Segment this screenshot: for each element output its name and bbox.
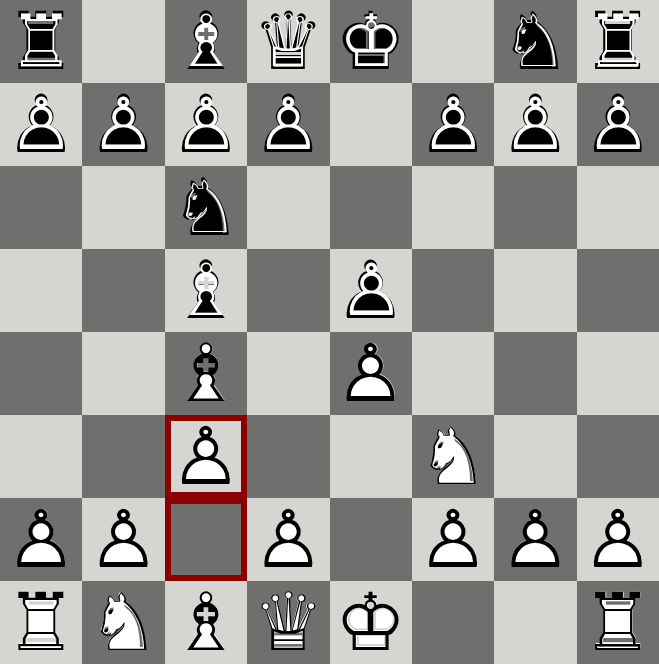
- square-b2[interactable]: ♟♙: [82, 498, 164, 581]
- square-f3[interactable]: ♞♘: [412, 415, 494, 498]
- piece-glyph-outline: ♙: [412, 498, 494, 581]
- square-a7[interactable]: ♟♙: [0, 83, 82, 166]
- piece-glyph-fill: ♟: [1, 499, 82, 580]
- piece-glyph-fill: ♞: [494, 0, 576, 83]
- piece-glyph-fill: ♟: [494, 83, 576, 166]
- square-a4[interactable]: [0, 332, 82, 415]
- square-d6[interactable]: [247, 166, 329, 249]
- square-a1[interactable]: ♜♖: [0, 581, 82, 664]
- piece-glyph-outline: ♙: [494, 498, 576, 581]
- piece-glyph-outline: ♗: [169, 253, 243, 328]
- piece-black-pawn[interactable]: ♟♙: [330, 249, 412, 332]
- square-h3[interactable]: [577, 415, 659, 498]
- square-e7[interactable]: [330, 83, 412, 166]
- piece-glyph-outline: ♖: [0, 581, 82, 664]
- piece-glyph-fill: ♟: [577, 83, 659, 166]
- piece-black-pawn[interactable]: ♟♙: [494, 83, 576, 166]
- piece-glyph-fill: ♟: [166, 416, 247, 497]
- piece-glyph-outline: ♙: [581, 87, 655, 162]
- square-c3[interactable]: ♟♙: [165, 415, 247, 498]
- square-f1[interactable]: [412, 581, 494, 664]
- piece-glyph-outline: ♙: [169, 87, 243, 162]
- square-c7[interactable]: ♟♙: [165, 83, 247, 166]
- piece-glyph-fill: ♝: [166, 333, 247, 414]
- piece-glyph-outline: ♙: [247, 498, 329, 581]
- square-b5[interactable]: [82, 249, 164, 332]
- piece-glyph-fill: ♜: [577, 0, 659, 83]
- square-d5[interactable]: [247, 249, 329, 332]
- square-h6[interactable]: [577, 166, 659, 249]
- piece-glyph-fill: ♟: [247, 83, 329, 166]
- square-e8[interactable]: ♚♔: [330, 0, 412, 83]
- piece-glyph-outline: ♙: [4, 87, 78, 162]
- square-g2[interactable]: ♟♙: [494, 498, 576, 581]
- square-h1[interactable]: ♜♖: [577, 581, 659, 664]
- piece-glyph-outline: ♙: [416, 87, 490, 162]
- square-f5[interactable]: [412, 249, 494, 332]
- square-d4[interactable]: [247, 332, 329, 415]
- piece-black-pawn[interactable]: ♟♙: [577, 83, 659, 166]
- piece-white-bishop[interactable]: ♝♗: [165, 332, 247, 415]
- piece-white-knight[interactable]: ♞♘: [412, 415, 494, 498]
- piece-glyph-fill: ♞: [413, 416, 494, 497]
- square-a3[interactable]: [0, 415, 82, 498]
- square-b6[interactable]: [82, 166, 164, 249]
- square-g4[interactable]: [494, 332, 576, 415]
- piece-glyph-fill: ♛: [247, 0, 329, 83]
- piece-glyph-outline: ♗: [169, 4, 243, 79]
- piece-glyph-fill: ♝: [165, 0, 247, 83]
- piece-glyph-fill: ♞: [165, 166, 247, 249]
- square-e4[interactable]: ♟♙: [330, 332, 412, 415]
- square-d2[interactable]: ♟♙: [247, 498, 329, 581]
- piece-glyph-outline: ♘: [412, 415, 494, 498]
- square-f8[interactable]: [412, 0, 494, 83]
- piece-glyph-fill: ♟: [577, 499, 658, 580]
- piece-glyph-outline: ♙: [165, 415, 247, 498]
- piece-glyph-outline: ♖: [4, 4, 78, 79]
- square-f4[interactable]: [412, 332, 494, 415]
- piece-glyph-outline: ♙: [498, 87, 572, 162]
- piece-glyph-fill: ♜: [577, 582, 658, 663]
- square-e6[interactable]: [330, 166, 412, 249]
- piece-white-pawn[interactable]: ♟♙: [412, 498, 494, 581]
- piece-glyph-fill: ♟: [248, 499, 329, 580]
- piece-white-bishop[interactable]: ♝♗: [165, 581, 247, 664]
- piece-glyph-outline: ♙: [334, 253, 408, 328]
- piece-glyph-outline: ♕: [247, 581, 329, 664]
- square-h5[interactable]: [577, 249, 659, 332]
- square-h8[interactable]: ♜♖: [577, 0, 659, 83]
- square-a6[interactable]: [0, 166, 82, 249]
- square-b8[interactable]: [82, 0, 164, 83]
- square-g8[interactable]: ♞♘: [494, 0, 576, 83]
- square-c4[interactable]: ♝♗: [165, 332, 247, 415]
- piece-glyph-outline: ♙: [0, 498, 82, 581]
- piece-black-pawn[interactable]: ♟♙: [165, 83, 247, 166]
- piece-white-pawn[interactable]: ♟♙: [247, 498, 329, 581]
- square-g6[interactable]: [494, 166, 576, 249]
- piece-black-knight[interactable]: ♞♘: [494, 0, 576, 83]
- piece-glyph-outline: ♔: [330, 581, 412, 664]
- square-h2[interactable]: ♟♙: [577, 498, 659, 581]
- piece-glyph-fill: ♝: [166, 582, 247, 663]
- piece-white-pawn[interactable]: ♟♙: [82, 498, 164, 581]
- square-c2[interactable]: [165, 498, 247, 581]
- square-b3[interactable]: [82, 415, 164, 498]
- piece-black-pawn[interactable]: ♟♙: [82, 83, 164, 166]
- piece-glyph-fill: ♟: [0, 83, 82, 166]
- square-b4[interactable]: [82, 332, 164, 415]
- piece-glyph-outline: ♗: [165, 581, 247, 664]
- piece-white-pawn[interactable]: ♟♙: [494, 498, 576, 581]
- piece-black-bishop[interactable]: ♝♗: [165, 249, 247, 332]
- square-g3[interactable]: [494, 415, 576, 498]
- piece-white-king[interactable]: ♚♔: [330, 581, 412, 664]
- piece-black-king[interactable]: ♚♔: [330, 0, 412, 83]
- piece-white-pawn[interactable]: ♟♙: [0, 498, 82, 581]
- piece-glyph-outline: ♙: [577, 498, 659, 581]
- piece-glyph-fill: ♚: [330, 582, 411, 663]
- piece-glyph-fill: ♟: [330, 249, 412, 332]
- piece-glyph-fill: ♟: [330, 333, 411, 414]
- square-a2[interactable]: ♟♙: [0, 498, 82, 581]
- piece-glyph-outline: ♘: [498, 4, 572, 79]
- square-g5[interactable]: [494, 249, 576, 332]
- piece-glyph-fill: ♝: [165, 249, 247, 332]
- square-d8[interactable]: ♛♕: [247, 0, 329, 83]
- piece-black-queen[interactable]: ♛♕: [247, 0, 329, 83]
- square-f2[interactable]: ♟♙: [412, 498, 494, 581]
- square-d1[interactable]: ♛♕: [247, 581, 329, 664]
- piece-glyph-fill: ♞: [83, 582, 164, 663]
- square-b1[interactable]: ♞♘: [82, 581, 164, 664]
- square-c5[interactable]: ♝♗: [165, 249, 247, 332]
- piece-glyph-outline: ♘: [169, 170, 243, 245]
- square-c1[interactable]: ♝♗: [165, 581, 247, 664]
- square-e1[interactable]: ♚♔: [330, 581, 412, 664]
- piece-black-bishop[interactable]: ♝♗: [165, 0, 247, 83]
- square-c6[interactable]: ♞♘: [165, 166, 247, 249]
- piece-glyph-outline: ♖: [577, 581, 659, 664]
- piece-glyph-outline: ♕: [251, 4, 325, 79]
- piece-glyph-fill: ♟: [412, 83, 494, 166]
- square-d7[interactable]: ♟♙: [247, 83, 329, 166]
- piece-black-pawn[interactable]: ♟♙: [247, 83, 329, 166]
- piece-glyph-outline: ♙: [82, 498, 164, 581]
- piece-white-rook[interactable]: ♜♖: [0, 581, 82, 664]
- square-e5[interactable]: ♟♙: [330, 249, 412, 332]
- piece-glyph-fill: ♚: [330, 0, 412, 83]
- piece-glyph-outline: ♖: [581, 4, 655, 79]
- square-g1[interactable]: [494, 581, 576, 664]
- piece-glyph-outline: ♙: [86, 87, 160, 162]
- square-d3[interactable]: [247, 415, 329, 498]
- piece-glyph-fill: ♟: [413, 499, 494, 580]
- square-f7[interactable]: ♟♙: [412, 83, 494, 166]
- piece-black-knight[interactable]: ♞♘: [165, 166, 247, 249]
- piece-glyph-fill: ♜: [1, 582, 82, 663]
- chess-board: ♜♖♝♗♛♕♚♔♞♘♜♖♟♙♟♙♟♙♟♙♟♙♟♙♟♙♞♘♝♗♟♙♝♗♟♙♟♙♞♘…: [0, 0, 659, 664]
- square-h4[interactable]: [577, 332, 659, 415]
- square-b7[interactable]: ♟♙: [82, 83, 164, 166]
- piece-white-pawn[interactable]: ♟♙: [330, 332, 412, 415]
- square-h7[interactable]: ♟♙: [577, 83, 659, 166]
- piece-glyph-outline: ♙: [251, 87, 325, 162]
- piece-white-knight[interactable]: ♞♘: [82, 581, 164, 664]
- piece-glyph-fill: ♟: [83, 499, 164, 580]
- square-e2[interactable]: [330, 498, 412, 581]
- square-g7[interactable]: ♟♙: [494, 83, 576, 166]
- piece-black-pawn[interactable]: ♟♙: [0, 83, 82, 166]
- piece-black-pawn[interactable]: ♟♙: [412, 83, 494, 166]
- piece-black-rook[interactable]: ♜♖: [0, 0, 82, 83]
- piece-glyph-fill: ♟: [82, 83, 164, 166]
- piece-white-pawn[interactable]: ♟♙: [577, 498, 659, 581]
- square-a8[interactable]: ♜♖: [0, 0, 82, 83]
- piece-glyph-outline: ♗: [165, 332, 247, 415]
- square-f6[interactable]: [412, 166, 494, 249]
- piece-white-rook[interactable]: ♜♖: [577, 581, 659, 664]
- piece-glyph-outline: ♘: [82, 581, 164, 664]
- square-e3[interactable]: [330, 415, 412, 498]
- square-c8[interactable]: ♝♗: [165, 0, 247, 83]
- piece-glyph-fill: ♜: [0, 0, 82, 83]
- piece-glyph-fill: ♟: [495, 499, 576, 580]
- square-a5[interactable]: [0, 249, 82, 332]
- piece-white-pawn[interactable]: ♟♙: [165, 415, 247, 498]
- piece-glyph-outline: ♔: [334, 4, 408, 79]
- piece-glyph-outline: ♙: [330, 332, 412, 415]
- piece-white-queen[interactable]: ♛♕: [247, 581, 329, 664]
- piece-black-rook[interactable]: ♜♖: [577, 0, 659, 83]
- piece-glyph-fill: ♟: [165, 83, 247, 166]
- piece-glyph-fill: ♛: [248, 582, 329, 663]
